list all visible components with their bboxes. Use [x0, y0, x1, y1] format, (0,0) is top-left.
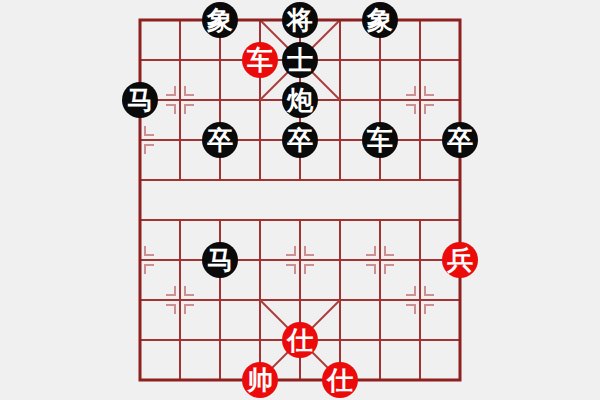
- board-point: 车: [360, 120, 400, 160]
- black-pawn[interactable]: 卒: [442, 122, 478, 158]
- red-pawn[interactable]: 兵: [442, 242, 478, 278]
- board-point: 卒: [280, 120, 320, 160]
- black-cannon[interactable]: 炮: [282, 82, 318, 118]
- board-point: 仕: [320, 360, 360, 400]
- board-point: 帅: [240, 360, 280, 400]
- board-point: 车: [240, 40, 280, 80]
- board-point: 象: [360, 0, 400, 40]
- board-point: 马: [120, 80, 160, 120]
- black-chariot[interactable]: 车: [362, 122, 398, 158]
- black-general[interactable]: 将: [282, 2, 318, 38]
- red-advisor[interactable]: 仕: [322, 362, 358, 398]
- red-general[interactable]: 帅: [242, 362, 278, 398]
- black-elephant[interactable]: 象: [362, 2, 398, 38]
- board-point: 卒: [440, 120, 480, 160]
- black-advisor[interactable]: 士: [282, 42, 318, 78]
- red-advisor[interactable]: 仕: [282, 322, 318, 358]
- piece-grid: 象将象车士马炮卒卒车卒马兵仕帅仕: [120, 0, 480, 400]
- board-point: 仕: [280, 320, 320, 360]
- black-pawn[interactable]: 卒: [202, 122, 238, 158]
- board-point: 卒: [200, 120, 240, 160]
- board-point: 士: [280, 40, 320, 80]
- xiangqi-board: 象将象车士马炮卒卒车卒马兵仕帅仕: [0, 0, 600, 400]
- black-elephant[interactable]: 象: [202, 2, 238, 38]
- board-point: 炮: [280, 80, 320, 120]
- red-chariot[interactable]: 车: [242, 42, 278, 78]
- black-pawn[interactable]: 卒: [282, 122, 318, 158]
- black-horse[interactable]: 马: [202, 242, 238, 278]
- board-point: 马: [200, 240, 240, 280]
- board-point: 兵: [440, 240, 480, 280]
- board-point: 将: [280, 0, 320, 40]
- board-point: 象: [200, 0, 240, 40]
- black-horse[interactable]: 马: [122, 82, 158, 118]
